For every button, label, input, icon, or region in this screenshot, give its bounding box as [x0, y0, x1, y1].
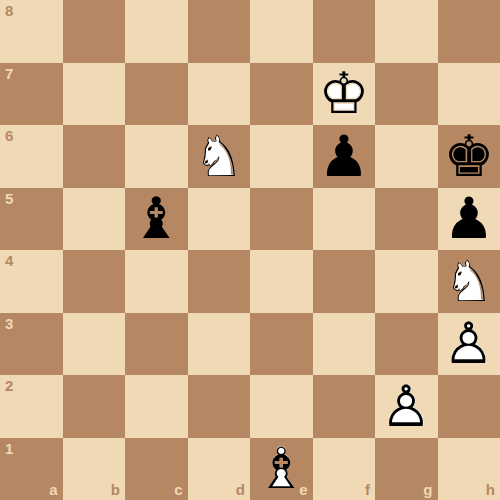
square-b8[interactable]: [63, 0, 126, 63]
square-g1[interactable]: g: [375, 438, 438, 500]
file-label-b: b: [111, 482, 120, 497]
square-b1[interactable]: b: [63, 438, 126, 500]
square-e5[interactable]: [250, 188, 313, 251]
piece-black-bishop[interactable]: ♝: [125, 188, 188, 251]
square-f2[interactable]: [313, 375, 376, 438]
square-d7[interactable]: [188, 63, 251, 126]
square-a2[interactable]: 2: [0, 375, 63, 438]
square-h3[interactable]: ♟♙: [438, 313, 500, 376]
square-b5[interactable]: [63, 188, 126, 251]
rank-label-1: 1: [5, 441, 13, 456]
rank-label-8: 8: [5, 3, 13, 18]
square-d4[interactable]: [188, 250, 251, 313]
square-d1[interactable]: d: [188, 438, 251, 500]
square-e8[interactable]: [250, 0, 313, 63]
rank-label-4: 4: [5, 253, 13, 268]
square-c1[interactable]: c: [125, 438, 188, 500]
square-f6[interactable]: ♟: [313, 125, 376, 188]
square-e6[interactable]: [250, 125, 313, 188]
square-h1[interactable]: h: [438, 438, 500, 500]
piece-white-pawn[interactable]: ♟♙: [438, 313, 500, 376]
square-a7[interactable]: 7: [0, 63, 63, 126]
piece-white-king[interactable]: ♚♔: [313, 63, 376, 126]
square-c4[interactable]: [125, 250, 188, 313]
square-e1[interactable]: e♝♗: [250, 438, 313, 500]
square-a5[interactable]: 5: [0, 188, 63, 251]
square-f7[interactable]: ♚♔: [313, 63, 376, 126]
piece-black-pawn[interactable]: ♟: [313, 125, 376, 188]
piece-white-pawn[interactable]: ♟♙: [375, 375, 438, 438]
rank-label-5: 5: [5, 191, 13, 206]
square-f8[interactable]: [313, 0, 376, 63]
square-h4[interactable]: ♞♘: [438, 250, 500, 313]
square-g2[interactable]: ♟♙: [375, 375, 438, 438]
square-a1[interactable]: 1a: [0, 438, 63, 500]
square-h8[interactable]: [438, 0, 500, 63]
square-c8[interactable]: [125, 0, 188, 63]
rank-label-6: 6: [5, 128, 13, 143]
file-label-g: g: [423, 482, 432, 497]
square-g6[interactable]: [375, 125, 438, 188]
black-pawn-glyph: ♟: [313, 125, 376, 188]
square-e3[interactable]: [250, 313, 313, 376]
square-c2[interactable]: [125, 375, 188, 438]
square-b7[interactable]: [63, 63, 126, 126]
square-a6[interactable]: 6: [0, 125, 63, 188]
white-knight-outline-glyph: ♘: [188, 125, 251, 188]
square-e4[interactable]: [250, 250, 313, 313]
square-h5[interactable]: ♟: [438, 188, 500, 251]
square-h2[interactable]: [438, 375, 500, 438]
square-f4[interactable]: [313, 250, 376, 313]
black-pawn-glyph: ♟: [438, 188, 500, 251]
piece-white-bishop[interactable]: ♝♗: [250, 438, 313, 500]
square-g5[interactable]: [375, 188, 438, 251]
white-bishop-outline-glyph: ♗: [250, 438, 313, 500]
square-g8[interactable]: [375, 0, 438, 63]
black-bishop-glyph: ♝: [125, 188, 188, 251]
square-b2[interactable]: [63, 375, 126, 438]
square-a8[interactable]: 8: [0, 0, 63, 63]
square-g4[interactable]: [375, 250, 438, 313]
square-b4[interactable]: [63, 250, 126, 313]
square-h6[interactable]: ♚: [438, 125, 500, 188]
piece-white-knight[interactable]: ♞♘: [188, 125, 251, 188]
square-d8[interactable]: [188, 0, 251, 63]
file-label-f: f: [365, 482, 370, 497]
piece-black-pawn[interactable]: ♟: [438, 188, 500, 251]
square-f1[interactable]: f: [313, 438, 376, 500]
square-f5[interactable]: [313, 188, 376, 251]
square-d3[interactable]: [188, 313, 251, 376]
black-king-glyph: ♚: [438, 125, 500, 188]
rank-label-2: 2: [5, 378, 13, 393]
square-b6[interactable]: [63, 125, 126, 188]
square-h7[interactable]: [438, 63, 500, 126]
square-e7[interactable]: [250, 63, 313, 126]
piece-white-knight[interactable]: ♞♘: [438, 250, 500, 313]
square-d6[interactable]: ♞♘: [188, 125, 251, 188]
file-label-c: c: [174, 482, 182, 497]
square-c7[interactable]: [125, 63, 188, 126]
piece-black-king[interactable]: ♚: [438, 125, 500, 188]
square-d5[interactable]: [188, 188, 251, 251]
square-a3[interactable]: 3: [0, 313, 63, 376]
square-e2[interactable]: [250, 375, 313, 438]
square-c6[interactable]: [125, 125, 188, 188]
rank-label-3: 3: [5, 316, 13, 331]
square-a4[interactable]: 4: [0, 250, 63, 313]
square-f3[interactable]: [313, 313, 376, 376]
square-b3[interactable]: [63, 313, 126, 376]
white-pawn-outline-glyph: ♙: [375, 375, 438, 438]
white-knight-outline-glyph: ♘: [438, 250, 500, 313]
white-pawn-outline-glyph: ♙: [438, 313, 500, 376]
white-king-outline-glyph: ♔: [313, 63, 376, 126]
rank-label-7: 7: [5, 66, 13, 81]
square-g7[interactable]: [375, 63, 438, 126]
file-label-h: h: [486, 482, 495, 497]
square-d2[interactable]: [188, 375, 251, 438]
square-c5[interactable]: ♝: [125, 188, 188, 251]
file-label-d: d: [236, 482, 245, 497]
file-label-a: a: [49, 482, 57, 497]
square-c3[interactable]: [125, 313, 188, 376]
chess-board: 87♚♔6♞♘♟♚5♝♟4♞♘3♟♙2♟♙1abcde♝♗fgh: [0, 0, 500, 500]
square-g3[interactable]: [375, 313, 438, 376]
